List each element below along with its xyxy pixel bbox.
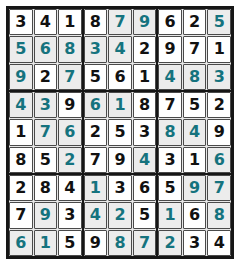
cell-r9c9[interactable]: 4	[207, 230, 231, 256]
cell-r2c8[interactable]: 7	[183, 36, 207, 62]
cell-r3c5[interactable]: 6	[108, 64, 132, 90]
cell-r5c1[interactable]: 1	[9, 119, 33, 145]
cell-r2c4[interactable]: 3	[84, 36, 108, 62]
cell-r9c2[interactable]: 1	[34, 230, 58, 256]
cell-r6c3[interactable]: 2	[58, 147, 82, 173]
cell-r8c9[interactable]: 8	[207, 202, 231, 228]
cell-r6c8[interactable]: 1	[183, 147, 207, 173]
cell-r1c9[interactable]: 5	[207, 9, 231, 35]
cell-r2c9[interactable]: 1	[207, 36, 231, 62]
cell-r2c6[interactable]: 2	[133, 36, 157, 62]
cell-r4c1[interactable]: 4	[9, 92, 33, 118]
sudoku-block-4: 439176852	[9, 92, 82, 173]
cell-r6c4[interactable]: 7	[84, 147, 108, 173]
cell-r2c1[interactable]: 5	[9, 36, 33, 62]
cell-r6c2[interactable]: 5	[34, 147, 58, 173]
sudoku-block-7: 284793615	[9, 175, 82, 256]
cell-r1c2[interactable]: 4	[34, 9, 58, 35]
sudoku-block-5: 618253794	[84, 92, 157, 173]
cell-r2c5[interactable]: 4	[108, 36, 132, 62]
cell-r7c9[interactable]: 7	[207, 175, 231, 201]
sudoku-page: 3415689278793425616259714834391768526182…	[0, 0, 240, 265]
cell-r8c2[interactable]: 9	[34, 202, 58, 228]
cell-r1c8[interactable]: 2	[183, 9, 207, 35]
cell-r2c2[interactable]: 6	[34, 36, 58, 62]
sudoku-block-2: 879342561	[84, 9, 157, 90]
cell-r6c9[interactable]: 6	[207, 147, 231, 173]
cell-r6c7[interactable]: 3	[158, 147, 182, 173]
cell-r5c9[interactable]: 9	[207, 119, 231, 145]
sudoku-block-8: 136425987	[84, 175, 157, 256]
cell-r4c8[interactable]: 5	[183, 92, 207, 118]
cell-r4c4[interactable]: 6	[84, 92, 108, 118]
cell-r4c3[interactable]: 9	[58, 92, 82, 118]
cell-r6c1[interactable]: 8	[9, 147, 33, 173]
cell-r9c3[interactable]: 5	[58, 230, 82, 256]
cell-r7c8[interactable]: 9	[183, 175, 207, 201]
cell-r8c4[interactable]: 4	[84, 202, 108, 228]
cell-r8c8[interactable]: 6	[183, 202, 207, 228]
cell-r7c5[interactable]: 3	[108, 175, 132, 201]
cell-r4c9[interactable]: 2	[207, 92, 231, 118]
cell-r5c2[interactable]: 7	[34, 119, 58, 145]
cell-r4c7[interactable]: 7	[158, 92, 182, 118]
cell-r1c4[interactable]: 8	[84, 9, 108, 35]
cell-r3c7[interactable]: 4	[158, 64, 182, 90]
cell-r5c6[interactable]: 3	[133, 119, 157, 145]
cell-r9c8[interactable]: 3	[183, 230, 207, 256]
cell-r5c3[interactable]: 6	[58, 119, 82, 145]
cell-r9c4[interactable]: 9	[84, 230, 108, 256]
cell-r8c5[interactable]: 2	[108, 202, 132, 228]
cell-r7c7[interactable]: 5	[158, 175, 182, 201]
cell-r9c6[interactable]: 7	[133, 230, 157, 256]
cell-r3c3[interactable]: 7	[58, 64, 82, 90]
cell-r7c1[interactable]: 2	[9, 175, 33, 201]
cell-r2c7[interactable]: 9	[158, 36, 182, 62]
cell-r3c6[interactable]: 1	[133, 64, 157, 90]
cell-r7c2[interactable]: 8	[34, 175, 58, 201]
cell-r3c9[interactable]: 3	[207, 64, 231, 90]
sudoku-block-6: 752849316	[158, 92, 231, 173]
cell-r1c5[interactable]: 7	[108, 9, 132, 35]
cell-r3c2[interactable]: 2	[34, 64, 58, 90]
cell-r7c6[interactable]: 6	[133, 175, 157, 201]
cell-r7c4[interactable]: 1	[84, 175, 108, 201]
sudoku-board: 3415689278793425616259714834391768526182…	[6, 6, 234, 259]
cell-r5c4[interactable]: 2	[84, 119, 108, 145]
cell-r3c1[interactable]: 9	[9, 64, 33, 90]
cell-r8c1[interactable]: 7	[9, 202, 33, 228]
cell-r4c2[interactable]: 3	[34, 92, 58, 118]
cell-r8c3[interactable]: 3	[58, 202, 82, 228]
cell-r8c7[interactable]: 1	[158, 202, 182, 228]
cell-r9c5[interactable]: 8	[108, 230, 132, 256]
cell-r1c7[interactable]: 6	[158, 9, 182, 35]
sudoku-block-9: 597168234	[158, 175, 231, 256]
cell-r8c6[interactable]: 5	[133, 202, 157, 228]
cell-r1c1[interactable]: 3	[9, 9, 33, 35]
cell-r3c8[interactable]: 8	[183, 64, 207, 90]
cell-r5c8[interactable]: 4	[183, 119, 207, 145]
cell-r5c5[interactable]: 5	[108, 119, 132, 145]
cell-r5c7[interactable]: 8	[158, 119, 182, 145]
cell-r6c6[interactable]: 4	[133, 147, 157, 173]
sudoku-block-1: 341568927	[9, 9, 82, 90]
cell-r6c5[interactable]: 9	[108, 147, 132, 173]
cell-r2c3[interactable]: 8	[58, 36, 82, 62]
cell-r1c3[interactable]: 1	[58, 9, 82, 35]
cell-r9c7[interactable]: 2	[158, 230, 182, 256]
cell-r4c6[interactable]: 8	[133, 92, 157, 118]
cell-r7c3[interactable]: 4	[58, 175, 82, 201]
cell-r1c6[interactable]: 9	[133, 9, 157, 35]
cell-r4c5[interactable]: 1	[108, 92, 132, 118]
cell-r3c4[interactable]: 5	[84, 64, 108, 90]
cell-r9c1[interactable]: 6	[9, 230, 33, 256]
sudoku-block-3: 625971483	[158, 9, 231, 90]
